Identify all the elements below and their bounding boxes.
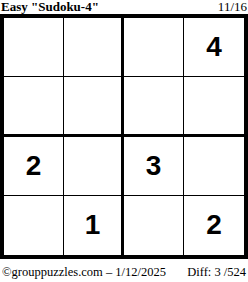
sudoku-cell-r3c1[interactable]: 2 [4,137,64,196]
sudoku-cell-r3c4[interactable] [184,137,244,196]
header: Easy "Sudoku-4" 11/16 [0,0,248,14]
page-number: 11/16 [218,0,247,14]
sudoku-cell-r2c4[interactable] [184,77,244,136]
sudoku-cell-r4c4[interactable]: 2 [184,196,244,255]
page-title: Easy "Sudoku-4" [1,0,99,14]
sudoku-cell-r4c1[interactable] [4,196,64,255]
difficulty-text: Diff: 3 /524 [187,265,246,279]
sudoku-cell-r3c2[interactable] [64,137,124,196]
footer: ©grouppuzzles.com – 1/12/2025 Diff: 3 /5… [0,265,248,279]
sudoku-cell-r1c4[interactable]: 4 [184,18,244,77]
sudoku-cell-r1c3[interactable] [124,18,184,77]
puzzle-page: Easy "Sudoku-4" 11/16 42312 ©grouppuzzle… [0,0,248,282]
sudoku-cell-r1c2[interactable] [64,18,124,77]
sudoku-cell-r4c2[interactable]: 1 [64,196,124,255]
sudoku-cell-r2c3[interactable] [124,77,184,136]
sudoku-cell-r2c2[interactable] [64,77,124,136]
sudoku-cell-r1c1[interactable] [4,18,64,77]
sudoku-cell-r3c3[interactable]: 3 [124,137,184,196]
sudoku-grid: 42312 [0,14,248,259]
sudoku-cell-r4c3[interactable] [124,196,184,255]
sudoku-cell-r2c1[interactable] [4,77,64,136]
copyright-text: ©grouppuzzles.com – 1/12/2025 [2,265,166,279]
